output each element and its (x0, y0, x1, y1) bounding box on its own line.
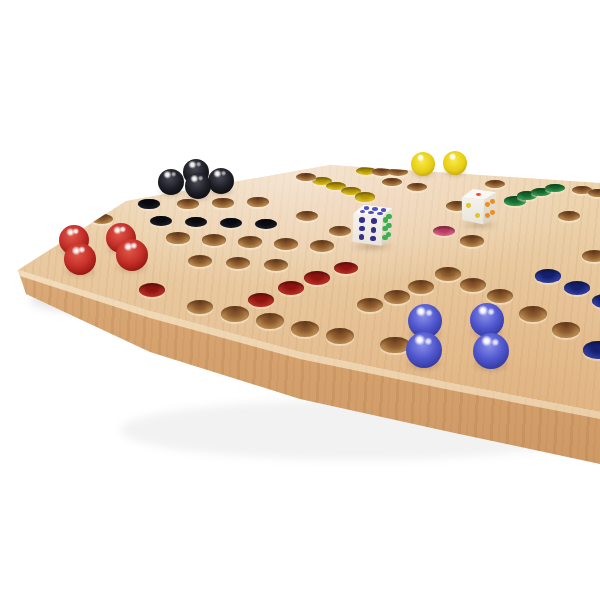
die-pip (359, 217, 365, 223)
marble-black[interactable] (208, 168, 234, 194)
die-pip (386, 232, 392, 238)
marble-black[interactable] (158, 169, 184, 195)
die-pip (377, 212, 383, 215)
die-pip (359, 226, 365, 232)
pieces-layer (0, 0, 600, 600)
die-pip (490, 210, 495, 215)
die-1[interactable] (351, 203, 393, 247)
marble-blue[interactable] (406, 332, 442, 368)
die-pip (381, 208, 387, 211)
marble-red[interactable] (116, 239, 148, 271)
die-pip (386, 214, 392, 220)
die-pip (371, 227, 377, 233)
die-pip (475, 213, 480, 218)
aggravation-board-photo (0, 0, 600, 600)
marble-yellow[interactable] (443, 151, 467, 175)
marble-black[interactable] (185, 173, 211, 199)
die-pip (490, 199, 495, 204)
die-pip (368, 211, 374, 214)
die-pip (359, 234, 365, 240)
marble-red[interactable] (64, 243, 96, 275)
die-2[interactable] (461, 187, 498, 226)
die-pip (466, 203, 471, 208)
die-pip (360, 210, 366, 213)
die-pip (386, 223, 392, 229)
die-pip (485, 213, 490, 218)
marble-yellow[interactable] (411, 152, 435, 176)
die-pip (485, 202, 490, 207)
marble-blue[interactable] (473, 333, 509, 369)
die-pip (364, 206, 370, 209)
marble-blue[interactable] (470, 303, 504, 337)
die-pip (371, 218, 377, 224)
die-pip (476, 193, 481, 196)
die-pip (372, 207, 378, 210)
die-pip (370, 236, 376, 242)
